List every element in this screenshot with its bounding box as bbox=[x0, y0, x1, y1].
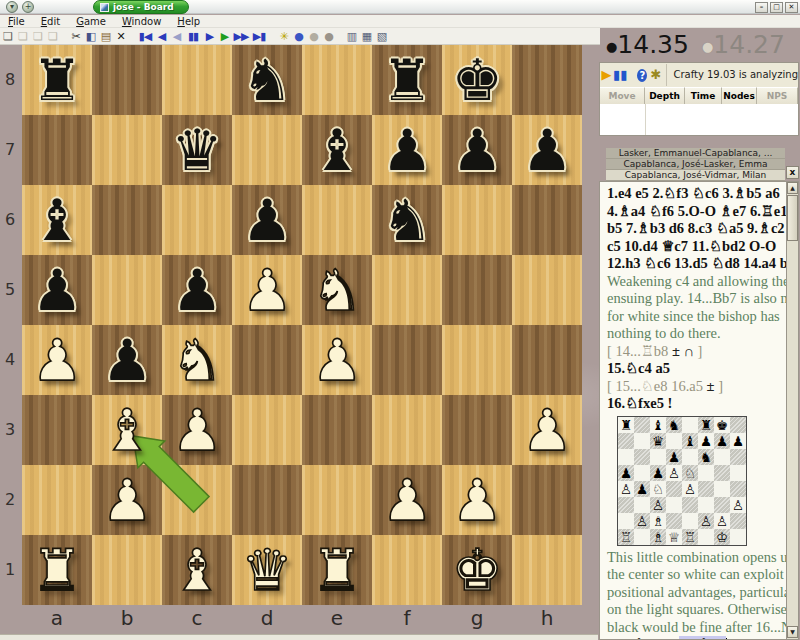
square-b3[interactable]: ♝ bbox=[92, 395, 162, 465]
diagram-piece-white: ♗ bbox=[652, 513, 664, 529]
menu-underline: G bbox=[76, 16, 84, 27]
engine-panel: ▶▮▮?✱Crafty 19.03 is analyzing MoveDepth… bbox=[599, 62, 799, 136]
piece-black-knight-d8: ♞ bbox=[241, 45, 292, 115]
engine-off-button: ● bbox=[306, 29, 321, 44]
diagram-piece-black: ♟ bbox=[668, 449, 680, 465]
diagram-square-a1: ♖ bbox=[618, 529, 634, 545]
diagram-square-f3 bbox=[698, 497, 714, 513]
scroll-thumb[interactable] bbox=[787, 195, 798, 241]
notation-line-18: black would be fine after 16...Ne8. bbox=[607, 619, 784, 637]
diagram-square-f4 bbox=[698, 481, 714, 497]
diagram-piece-white: ♙ bbox=[684, 481, 696, 497]
notation-line-5: Weakening c4 and allowing the bbox=[607, 273, 784, 291]
notation-text: ± ∩ bbox=[672, 343, 694, 359]
diagram-square-f8: ♜ bbox=[698, 417, 714, 433]
engine-output-list[interactable] bbox=[600, 104, 798, 135]
diagram-square-d6: ♟ bbox=[666, 449, 682, 465]
notation-text: ] bbox=[715, 378, 723, 394]
diagram-piece-black: ♜ bbox=[620, 417, 632, 433]
cut-button[interactable]: ✂ bbox=[68, 29, 83, 44]
diagram-piece-white: ♕ bbox=[668, 529, 680, 545]
piece-white-pawn-b2: ♟ bbox=[101, 465, 152, 535]
diagram-square-d7 bbox=[666, 433, 682, 449]
diagram-piece-black: ♟ bbox=[620, 465, 632, 481]
diagram-piece-white: ♙ bbox=[636, 513, 648, 529]
diagram-square-a8: ♜ bbox=[618, 417, 634, 433]
column-header-nodes[interactable]: Nodes bbox=[722, 87, 757, 104]
rank-label-1: 1 bbox=[0, 560, 20, 579]
square-c4[interactable]: ♞ bbox=[162, 325, 232, 395]
piece-black-king-g8: ♚ bbox=[451, 45, 502, 115]
diagram-square-f6: ♞ bbox=[698, 449, 714, 465]
piece-black-pawn-f7: ♟ bbox=[381, 115, 432, 185]
piece-white-pawn-h3: ♟ bbox=[521, 395, 572, 465]
diagram-square-d4 bbox=[666, 481, 682, 497]
diagram-square-c6 bbox=[650, 449, 666, 465]
diagram-square-g5 bbox=[714, 465, 730, 481]
diagram-square-c4: ♘ bbox=[650, 481, 666, 497]
square-f2[interactable]: ♟ bbox=[372, 465, 442, 535]
square-a8[interactable]: ♜ bbox=[22, 45, 92, 115]
diagram-square-g4 bbox=[714, 481, 730, 497]
app-icon bbox=[100, 3, 109, 12]
white-clock: ●14.35 bbox=[606, 30, 689, 59]
diagram-piece-white: ♙ bbox=[700, 513, 712, 529]
diagram-piece-white: ♗ bbox=[652, 529, 664, 545]
notation-line-6: ensuing play. 14...Bb7 is also nice bbox=[607, 290, 784, 308]
diagram-square-e7: ♝ bbox=[682, 433, 698, 449]
file-label-c: c bbox=[162, 606, 232, 630]
notation-line-19[interactable]: 16...♗a6 !? 17.♗b3 dxe5 bbox=[607, 636, 784, 640]
diagram-square-e4: ♙ bbox=[682, 481, 698, 497]
notation-line-15: the center so white can exploit his bbox=[607, 566, 784, 584]
diagram-square-e3 bbox=[682, 497, 698, 513]
diagram-square-g3 bbox=[714, 497, 730, 513]
diagram-piece-black: ♜ bbox=[700, 417, 712, 433]
menu-underline: W bbox=[122, 16, 132, 27]
engine-controls: ▶▮▮?✱Crafty 19.03 is analyzing bbox=[600, 63, 798, 87]
piece-white-knight-c4: ♞ bbox=[171, 325, 222, 395]
file-label-d: d bbox=[232, 606, 302, 630]
inline-diagram: ♜♝♞♜♚♛♝♟♟♟♟♞♟♟♙♘♙♟♘♙♙♙♙♗♙♙♖♗♕♖♔ bbox=[617, 416, 747, 546]
rank-label-7: 7 bbox=[0, 140, 20, 159]
notation-line-0[interactable]: 1.e4 e5 2.♘f3 ♘c6 3.♗b5 a6 bbox=[607, 185, 784, 203]
piece-white-pawn-a4: ♟ bbox=[31, 325, 82, 395]
square-e5[interactable]: ♞ bbox=[302, 255, 372, 325]
diagram-square-g6 bbox=[714, 449, 730, 465]
diagram-square-d2 bbox=[666, 513, 682, 529]
diagram-piece-black: ♛ bbox=[652, 433, 664, 449]
square-c1[interactable]: ♝ bbox=[162, 535, 232, 605]
notation-line-12[interactable]: 16.♘fxe5 ! bbox=[607, 395, 784, 413]
square-g2[interactable]: ♟ bbox=[442, 465, 512, 535]
close-button[interactable]: ✕ bbox=[785, 2, 798, 13]
open-button: ❏ bbox=[15, 29, 30, 44]
square-g8[interactable]: ♚ bbox=[442, 45, 512, 115]
diagram-square-g2: ♙ bbox=[714, 513, 730, 529]
toolbar-separator bbox=[268, 29, 276, 44]
print-button: ❏ bbox=[45, 29, 60, 44]
diagram-piece-white: ♖ bbox=[684, 529, 696, 545]
square-h3[interactable]: ♟ bbox=[512, 395, 582, 465]
rank-labels: 87654321 bbox=[0, 45, 22, 605]
diagram-square-c7: ♛ bbox=[650, 433, 666, 449]
square-a1[interactable]: ♜ bbox=[22, 535, 92, 605]
diagram-square-f2: ♙ bbox=[698, 513, 714, 529]
square-d6[interactable]: ♟ bbox=[232, 185, 302, 255]
diagram-square-a5: ♟ bbox=[618, 465, 634, 481]
engine-table-header: MoveDepthTimeNodesNPS bbox=[600, 87, 798, 104]
engine-stop-button: ● bbox=[321, 29, 336, 44]
diagram-square-b5 bbox=[634, 465, 650, 481]
diagram-square-f5 bbox=[698, 465, 714, 481]
toolbar: ❏❏❏❏✂◧▤✕▮◀◀◀▮▮▶▶▶▶▶▮✳●●●▥▦▧ bbox=[0, 28, 600, 45]
diagram-square-e8 bbox=[682, 417, 698, 433]
game-list-close-button[interactable]: x bbox=[786, 166, 799, 179]
file-label-g: g bbox=[442, 606, 512, 630]
diagram-square-d1: ♕ bbox=[666, 529, 682, 545]
diagram-square-b2: ♙ bbox=[634, 513, 650, 529]
notation-text: dxe5 bbox=[727, 636, 760, 640]
diagram-square-h2 bbox=[730, 513, 746, 529]
black-clock-dot-icon: ● bbox=[702, 39, 713, 54]
engine-help-button[interactable]: ? bbox=[637, 69, 647, 82]
diagram-piece-white: ♙ bbox=[620, 481, 632, 497]
notation-line-8: nothing to do there. bbox=[607, 325, 784, 343]
notation-panel: 1.e4 e5 2.♘f3 ♘c6 3.♗b5 a64.♗a4 ♘f6 5.O-… bbox=[599, 181, 786, 640]
paste-button[interactable]: ▤ bbox=[98, 29, 113, 44]
new-button[interactable]: ❏ bbox=[0, 29, 15, 44]
piece-black-rook-a8: ♜ bbox=[31, 45, 82, 115]
piece-white-bishop-b3: ♝ bbox=[101, 395, 152, 465]
piece-white-pawn-c3: ♟ bbox=[171, 395, 222, 465]
window-sticky-button[interactable]: + bbox=[22, 1, 34, 13]
diagram-square-e2 bbox=[682, 513, 698, 529]
notation-text: ] bbox=[694, 343, 702, 359]
rank-label-2: 2 bbox=[0, 490, 20, 509]
file-label-f: f bbox=[372, 606, 442, 630]
window-shade-button[interactable]: ▾ bbox=[6, 1, 18, 13]
file-label-h: h bbox=[512, 606, 582, 630]
square-d1[interactable]: ♛ bbox=[232, 535, 302, 605]
diagram-piece-black: ♝ bbox=[684, 433, 696, 449]
piece-white-pawn-f2: ♟ bbox=[381, 465, 432, 535]
diagram-piece-black: ♟ bbox=[636, 481, 648, 497]
white-clock-dot-icon: ● bbox=[606, 39, 617, 54]
column-header-depth[interactable]: Depth bbox=[645, 87, 685, 104]
diagram-square-f7: ♟ bbox=[698, 433, 714, 449]
piece-white-pawn-g2: ♟ bbox=[451, 465, 502, 535]
diagram-square-h8 bbox=[730, 417, 746, 433]
menu-underline: F bbox=[8, 16, 13, 27]
square-a5[interactable]: ♟ bbox=[22, 255, 92, 325]
square-a4[interactable]: ♟ bbox=[22, 325, 92, 395]
game-list-item-0[interactable]: Lasker, Emmanuel-Capablanca, ... bbox=[606, 148, 785, 159]
diagram-piece-white: ♘ bbox=[684, 465, 696, 481]
diagram-square-a6 bbox=[618, 449, 634, 465]
diagram-square-a2 bbox=[618, 513, 634, 529]
menu-window[interactable]: Window bbox=[114, 16, 169, 27]
diagram-piece-black: ♝ bbox=[652, 417, 664, 433]
piece-black-bishop-a6: ♝ bbox=[31, 185, 82, 255]
diagram-piece-white: ♔ bbox=[716, 529, 728, 545]
square-g7[interactable]: ♟ bbox=[442, 115, 512, 185]
status-strip bbox=[0, 634, 598, 640]
file-label-a: a bbox=[22, 606, 92, 630]
column-header-time[interactable]: Time bbox=[685, 87, 722, 104]
square-h7[interactable]: ♟ bbox=[512, 115, 582, 185]
scroll-up-button[interactable]: ▲ bbox=[787, 182, 798, 194]
menu-underline: E bbox=[41, 16, 47, 27]
notation-line-11[interactable]: [ 15...♘e8 16.a5 ± ] bbox=[607, 378, 784, 396]
game-list: Lasker, Emmanuel-Capablanca, ...Capablan… bbox=[606, 148, 785, 181]
diagram-piece-white: ♙ bbox=[732, 497, 744, 513]
board-panel-button[interactable]: ▦ bbox=[359, 29, 374, 44]
square-f7[interactable]: ♟ bbox=[372, 115, 442, 185]
diagram-square-e1: ♖ bbox=[682, 529, 698, 545]
diagram-piece-black: ♟ bbox=[652, 465, 664, 481]
toolbar-separator bbox=[128, 29, 136, 44]
diagram-square-c2: ♗ bbox=[650, 513, 666, 529]
diagram-square-b3 bbox=[634, 497, 650, 513]
diagram-square-b6 bbox=[634, 449, 650, 465]
square-b2[interactable]: ♟ bbox=[92, 465, 162, 535]
notation-scrollbar[interactable]: ▲ ▼ bbox=[786, 181, 799, 640]
diagram-piece-white: ♙ bbox=[652, 497, 664, 513]
game-list-item-2[interactable]: Capablanca, José-Vidmar, Milan bbox=[606, 170, 785, 181]
square-d8[interactable]: ♞ bbox=[232, 45, 302, 115]
piece-black-pawn-d6: ♟ bbox=[241, 185, 292, 255]
diagram-square-h1 bbox=[730, 529, 746, 545]
square-b4[interactable]: ♟ bbox=[92, 325, 162, 395]
step-back-button[interactable]: ◀ bbox=[169, 29, 184, 44]
copy-button[interactable]: ◧ bbox=[83, 29, 98, 44]
piece-black-queen-c7: ♛ bbox=[171, 115, 222, 185]
engine-play-button[interactable]: ▶ bbox=[600, 64, 613, 86]
square-d5[interactable]: ♟ bbox=[232, 255, 302, 325]
piece-black-pawn-c5: ♟ bbox=[171, 255, 222, 325]
piece-white-bishop-c1: ♝ bbox=[171, 535, 222, 605]
diagram-square-h7: ♟ bbox=[730, 433, 746, 449]
piece-white-pawn-e4: ♟ bbox=[311, 325, 362, 395]
scroll-down-button[interactable]: ▼ bbox=[787, 626, 798, 638]
piece-black-pawn-b4: ♟ bbox=[101, 325, 152, 395]
pause-button[interactable]: ▮▮ bbox=[184, 29, 202, 44]
diagram-square-c3: ♙ bbox=[650, 497, 666, 513]
last-move-button[interactable]: ▶▮ bbox=[250, 29, 268, 44]
diagram-square-b8 bbox=[634, 417, 650, 433]
diagram-piece-white: ♖ bbox=[620, 529, 632, 545]
notation-text: ± bbox=[707, 378, 715, 394]
notation-line-3[interactable]: c5 10.d4 ♕c7 11.♘bd2 O-O bbox=[607, 238, 784, 256]
notation-text: [ 15...♘e8 16.a5 bbox=[607, 378, 707, 394]
engine-status-text: Crafty 19.03 is analyzing bbox=[666, 64, 798, 86]
window-title: jose - Board bbox=[113, 2, 174, 12]
diagram-square-e5: ♘ bbox=[682, 465, 698, 481]
column-divider bbox=[645, 104, 646, 135]
menu-edit[interactable]: Edit bbox=[33, 16, 68, 27]
diagram-square-h5 bbox=[730, 465, 746, 481]
diagram-square-h3: ♙ bbox=[730, 497, 746, 513]
menu-game[interactable]: Game bbox=[68, 16, 114, 27]
diagram-square-a4: ♙ bbox=[618, 481, 634, 497]
notation-panel-button[interactable]: ▥ bbox=[344, 29, 359, 44]
diagram-square-g7: ♟ bbox=[714, 433, 730, 449]
diagram-square-c5: ♟ bbox=[650, 465, 666, 481]
piece-white-rook-e1: ♜ bbox=[311, 535, 362, 605]
title-pill[interactable]: jose - Board bbox=[93, 0, 189, 14]
step-forward-button[interactable]: ▶ bbox=[202, 29, 217, 44]
diagram-square-h6 bbox=[730, 449, 746, 465]
diagram-square-d8: ♞ bbox=[666, 417, 682, 433]
column-header-nps[interactable]: NPS bbox=[757, 87, 798, 104]
piece-black-pawn-h7: ♟ bbox=[521, 115, 572, 185]
diagram-piece-white: ♙ bbox=[668, 465, 680, 481]
piece-black-pawn-a5: ♟ bbox=[31, 255, 82, 325]
notation-line-10[interactable]: 15.♘c4 a5 bbox=[607, 360, 784, 378]
file-label-e: e bbox=[302, 606, 372, 630]
toolbar-separator bbox=[60, 29, 68, 44]
menu-file[interactable]: File bbox=[0, 16, 33, 27]
diagram-square-c1: ♗ bbox=[650, 529, 666, 545]
piece-white-knight-e5: ♞ bbox=[311, 255, 362, 325]
diagram-board: ♜♝♞♜♚♛♝♟♟♟♟♞♟♟♙♘♙♟♘♙♙♙♙♗♙♙♖♗♕♖♔ bbox=[617, 416, 747, 546]
fast-forward-button[interactable]: ▶▶ bbox=[232, 29, 250, 44]
diagram-square-b1 bbox=[634, 529, 650, 545]
diagram-piece-black: ♞ bbox=[700, 449, 712, 465]
notation-line-17: on the light squares. Otherwise bbox=[607, 601, 784, 619]
square-f6[interactable]: ♞ bbox=[372, 185, 442, 255]
notation-text: [ 14...♖b8 bbox=[607, 343, 672, 359]
current-move[interactable]: 17.♗b3 bbox=[679, 636, 725, 640]
rank-label-6: 6 bbox=[0, 210, 20, 229]
square-f8[interactable]: ♜ bbox=[372, 45, 442, 115]
notation-text: 16...♗a6 !? bbox=[607, 636, 679, 640]
rank-label-4: 4 bbox=[0, 350, 20, 369]
piece-white-king-g1: ♚ bbox=[451, 535, 502, 605]
notation-line-16: positional advantages, particularly bbox=[607, 584, 784, 602]
diagram-square-h4 bbox=[730, 481, 746, 497]
file-label-b: b bbox=[92, 606, 162, 630]
piece-white-rook-a1: ♜ bbox=[31, 535, 82, 605]
square-c5[interactable]: ♟ bbox=[162, 255, 232, 325]
diagram-square-e6 bbox=[682, 449, 698, 465]
menu-help[interactable]: Help bbox=[169, 16, 208, 27]
piece-black-knight-f6: ♞ bbox=[381, 185, 432, 255]
maximize-button[interactable]: □ bbox=[770, 2, 783, 13]
square-e1[interactable]: ♜ bbox=[302, 535, 372, 605]
diagram-square-b7 bbox=[634, 433, 650, 449]
delete-button[interactable]: ✕ bbox=[113, 29, 128, 44]
notation-line-14: This little combination opens up bbox=[607, 549, 784, 567]
engine-settings-button[interactable]: ✱ bbox=[649, 64, 662, 86]
diagram-square-a7 bbox=[618, 433, 634, 449]
square-e4[interactable]: ♟ bbox=[302, 325, 372, 395]
diagram-piece-black: ♚ bbox=[716, 417, 728, 433]
sticky-icon: + bbox=[25, 2, 32, 11]
save-button: ❏ bbox=[30, 29, 45, 44]
diagram-square-d5: ♙ bbox=[666, 465, 682, 481]
titlebar: ▾ + jose - Board – □ ✕ bbox=[0, 0, 800, 14]
piece-black-pawn-g7: ♟ bbox=[451, 115, 502, 185]
diagram-piece-black: ♟ bbox=[732, 433, 744, 449]
diagram-square-c8: ♝ bbox=[650, 417, 666, 433]
analyze-button[interactable]: ● bbox=[291, 29, 306, 44]
game-list-item-1[interactable]: Capablanca, José-Lasker, Emma bbox=[606, 159, 785, 170]
diagram-piece-white: ♘ bbox=[652, 481, 664, 497]
clock-bar: ●14.35 ●14.27 bbox=[600, 28, 800, 62]
play-button[interactable]: ▶ bbox=[217, 29, 232, 44]
piece-white-queen-d1: ♛ bbox=[241, 535, 292, 605]
first-move-button[interactable]: ▮◀ bbox=[136, 29, 154, 44]
diagram-square-a3 bbox=[618, 497, 634, 513]
square-c7[interactable]: ♛ bbox=[162, 115, 232, 185]
piece-black-bishop-e7: ♝ bbox=[311, 115, 362, 185]
engine-knot-button[interactable]: ✳ bbox=[276, 29, 291, 44]
minimize-button[interactable]: – bbox=[755, 2, 768, 13]
square-g1[interactable]: ♚ bbox=[442, 535, 512, 605]
diagram-piece-black: ♞ bbox=[668, 417, 680, 433]
shade-icon: ▾ bbox=[10, 2, 14, 11]
chess-board: ♜♞♜♚♛♝♟♟♟♝♟♞♟♟♟♞♟♟♞♟♝♟♟♟♟♟♜♝♛♜♚ bbox=[22, 45, 582, 605]
diagram-square-g8: ♚ bbox=[714, 417, 730, 433]
notation-line-2[interactable]: b5 7.♗b3 d6 8.c3 ♘a5 9.♗c2 bbox=[607, 220, 784, 238]
notation-line-7: for white since the bishop has bbox=[607, 308, 784, 326]
diagram-piece-black: ♟ bbox=[700, 433, 712, 449]
notation-line-1[interactable]: 4.♗a4 ♘f6 5.O-O ♗e7 6.♖e1 bbox=[607, 203, 784, 221]
engine-pause-button[interactable]: ▮▮ bbox=[613, 64, 627, 86]
prev-move-button[interactable]: ◀ bbox=[154, 29, 169, 44]
diagram-square-b4: ♟ bbox=[634, 481, 650, 497]
column-header-move[interactable]: Move bbox=[600, 87, 645, 104]
square-c3[interactable]: ♟ bbox=[162, 395, 232, 465]
square-a6[interactable]: ♝ bbox=[22, 185, 92, 255]
menu-underline: H bbox=[177, 16, 185, 27]
rank-label-8: 8 bbox=[0, 70, 20, 89]
piece-black-rook-f8: ♜ bbox=[381, 45, 432, 115]
menubar: FileEditGameWindowHelp bbox=[0, 15, 800, 28]
diagram-square-g1: ♔ bbox=[714, 529, 730, 545]
diagram-piece-black: ♟ bbox=[716, 433, 728, 449]
black-clock: ●14.27 bbox=[702, 30, 785, 59]
diagram-square-d3 bbox=[666, 497, 682, 513]
properties-button[interactable]: ▧ bbox=[374, 29, 389, 44]
diagram-square-f1 bbox=[698, 529, 714, 545]
piece-white-pawn-d5: ♟ bbox=[241, 255, 292, 325]
notation-line-4[interactable]: 12.h3 ♘c6 13.d5 ♘d8 14.a4 b4 bbox=[607, 255, 784, 273]
toolbar-separator bbox=[336, 29, 344, 44]
rank-label-5: 5 bbox=[0, 280, 20, 299]
notation-line-9[interactable]: [ 14...♖b8 ± ∩ ] bbox=[607, 343, 784, 361]
diagram-piece-white: ♙ bbox=[716, 513, 728, 529]
file-labels: abcdefgh bbox=[22, 605, 582, 634]
rank-label-3: 3 bbox=[0, 420, 20, 439]
square-e7[interactable]: ♝ bbox=[302, 115, 372, 185]
